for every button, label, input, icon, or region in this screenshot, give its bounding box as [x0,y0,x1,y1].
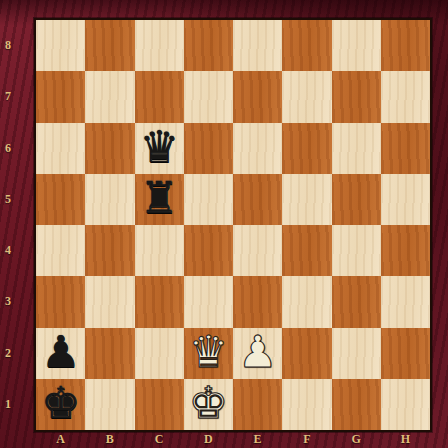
square-a3[interactable] [36,276,85,327]
square-g8[interactable] [332,20,381,71]
file-label-h: H [381,430,430,448]
square-c6[interactable]: ♛ [135,123,184,174]
square-b5[interactable] [85,174,134,225]
square-e4[interactable] [233,225,282,276]
square-f6[interactable] [282,123,331,174]
square-b1[interactable] [85,379,134,430]
square-e3[interactable] [233,276,282,327]
square-h4[interactable] [381,225,430,276]
rank-label-4: 4 [0,225,16,276]
white-pawn[interactable]: ♟ [238,330,277,374]
square-a8[interactable] [36,20,85,71]
square-h1[interactable] [381,379,430,430]
square-d5[interactable] [184,174,233,225]
black-rook[interactable]: ♜ [139,176,178,220]
square-d6[interactable] [184,123,233,174]
square-f3[interactable] [282,276,331,327]
file-label-b: B [85,430,134,448]
square-a5[interactable] [36,174,85,225]
square-c2[interactable] [135,328,184,379]
square-a6[interactable] [36,123,85,174]
square-h3[interactable] [381,276,430,327]
square-h5[interactable] [381,174,430,225]
square-a1[interactable]: ♚ [36,379,85,430]
black-queen[interactable]: ♛ [139,125,178,169]
square-e7[interactable] [233,71,282,122]
square-h7[interactable] [381,71,430,122]
board-frame: ♛♜♟♛♟♚♚ [34,18,432,432]
square-h8[interactable] [381,20,430,71]
square-e8[interactable] [233,20,282,71]
file-labels: ABCDEFGH [36,430,430,448]
file-label-g: G [332,430,381,448]
black-pawn[interactable]: ♟ [41,330,80,374]
square-c7[interactable] [135,71,184,122]
square-c3[interactable] [135,276,184,327]
square-b4[interactable] [85,225,134,276]
square-g1[interactable] [332,379,381,430]
rank-label-7: 7 [0,71,16,122]
rank-label-3: 3 [0,276,16,327]
square-g2[interactable] [332,328,381,379]
rank-label-6: 6 [0,123,16,174]
file-label-f: F [282,430,331,448]
file-label-c: C [135,430,184,448]
square-f1[interactable] [282,379,331,430]
square-e6[interactable] [233,123,282,174]
square-d2[interactable]: ♛ [184,328,233,379]
square-g7[interactable] [332,71,381,122]
square-d4[interactable] [184,225,233,276]
square-b8[interactable] [85,20,134,71]
square-g6[interactable] [332,123,381,174]
square-a7[interactable] [36,71,85,122]
file-label-e: E [233,430,282,448]
square-f8[interactable] [282,20,331,71]
square-d7[interactable] [184,71,233,122]
square-d8[interactable] [184,20,233,71]
square-b3[interactable] [85,276,134,327]
rank-label-8: 8 [0,20,16,71]
square-f5[interactable] [282,174,331,225]
white-king[interactable]: ♚ [189,381,228,425]
rank-label-1: 1 [0,379,16,430]
square-c8[interactable] [135,20,184,71]
square-b7[interactable] [85,71,134,122]
square-e1[interactable] [233,379,282,430]
square-g3[interactable] [332,276,381,327]
square-g4[interactable] [332,225,381,276]
chess-board: ♛♜♟♛♟♚♚ [36,20,430,430]
square-b6[interactable] [85,123,134,174]
square-g5[interactable] [332,174,381,225]
rank-label-5: 5 [0,174,16,225]
square-c4[interactable] [135,225,184,276]
square-b2[interactable] [85,328,134,379]
square-f4[interactable] [282,225,331,276]
file-label-a: A [36,430,85,448]
square-e5[interactable] [233,174,282,225]
square-h2[interactable] [381,328,430,379]
square-a4[interactable] [36,225,85,276]
rank-labels: 87654321 [0,20,16,430]
square-a2[interactable]: ♟ [36,328,85,379]
file-label-d: D [184,430,233,448]
square-f2[interactable] [282,328,331,379]
square-d3[interactable] [184,276,233,327]
square-c5[interactable]: ♜ [135,174,184,225]
square-c1[interactable] [135,379,184,430]
chess-board-screenshot: 87654321 ♛♜♟♛♟♚♚ ABCDEFGH [0,0,448,448]
square-d1[interactable]: ♚ [184,379,233,430]
black-king[interactable]: ♚ [41,381,80,425]
square-e2[interactable]: ♟ [233,328,282,379]
square-h6[interactable] [381,123,430,174]
white-queen[interactable]: ♛ [189,330,228,374]
square-f7[interactable] [282,71,331,122]
rank-label-2: 2 [0,328,16,379]
